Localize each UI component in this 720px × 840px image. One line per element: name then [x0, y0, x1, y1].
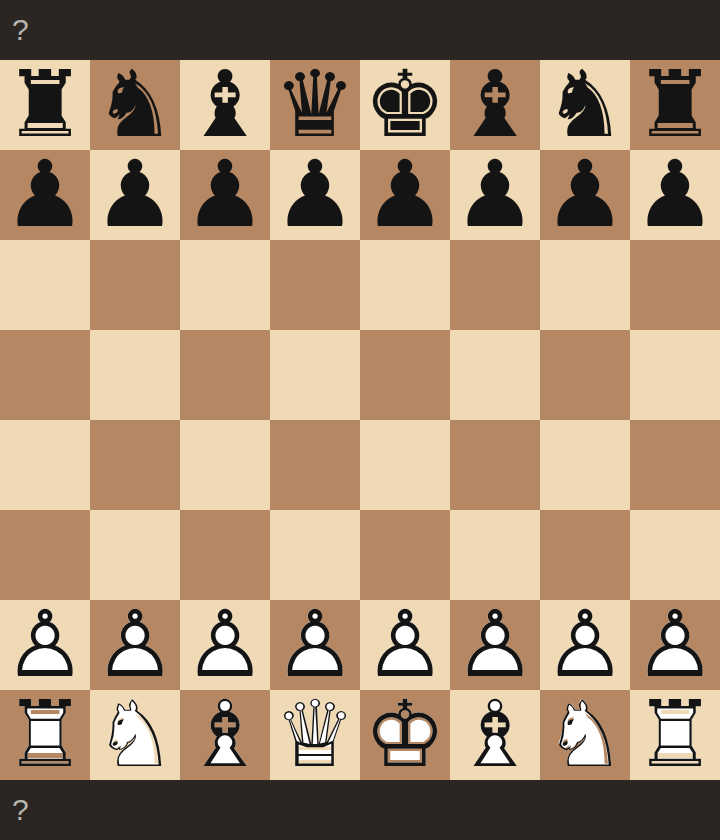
white-piece-outline-glyph: ♙	[540, 600, 630, 690]
piece-black-rook[interactable]: ♜	[0, 60, 90, 150]
white-piece-outline-glyph: ♙	[180, 600, 270, 690]
square-d8[interactable]: ♛	[270, 60, 360, 150]
piece-white-bishop[interactable]: ♝♗	[450, 690, 540, 780]
black-piece-glyph: ♟	[450, 150, 540, 240]
black-piece-glyph: ♟	[630, 150, 720, 240]
white-piece-outline-glyph: ♗	[180, 690, 270, 780]
piece-black-pawn[interactable]: ♟	[540, 150, 630, 240]
white-piece-outline-glyph: ♗	[450, 690, 540, 780]
square-c2[interactable]: ♟♙	[180, 600, 270, 690]
black-piece-glyph: ♞	[540, 60, 630, 150]
square-h8[interactable]: ♜	[630, 60, 720, 150]
square-g2[interactable]: ♟♙	[540, 600, 630, 690]
square-c4[interactable]	[180, 420, 270, 510]
white-piece-outline-glyph: ♙	[360, 600, 450, 690]
black-piece-glyph: ♚	[360, 60, 450, 150]
piece-white-pawn[interactable]: ♟♙	[90, 600, 180, 690]
square-f6[interactable]	[450, 240, 540, 330]
square-b1[interactable]: ♞♘	[90, 690, 180, 780]
piece-black-rook[interactable]: ♜	[630, 60, 720, 150]
piece-black-pawn[interactable]: ♟	[450, 150, 540, 240]
black-piece-glyph: ♟	[0, 150, 90, 240]
piece-white-pawn[interactable]: ♟♙	[360, 600, 450, 690]
square-e2[interactable]: ♟♙	[360, 600, 450, 690]
square-f4[interactable]	[450, 420, 540, 510]
piece-black-pawn[interactable]: ♟	[180, 150, 270, 240]
square-h6[interactable]	[630, 240, 720, 330]
black-piece-glyph: ♟	[90, 150, 180, 240]
white-piece-outline-glyph: ♘	[90, 690, 180, 780]
square-e8[interactable]: ♚	[360, 60, 450, 150]
square-f7[interactable]: ♟	[450, 150, 540, 240]
square-g6[interactable]	[540, 240, 630, 330]
black-piece-glyph: ♞	[90, 60, 180, 150]
piece-white-pawn[interactable]: ♟♙	[180, 600, 270, 690]
square-d7[interactable]: ♟	[270, 150, 360, 240]
square-b6[interactable]	[90, 240, 180, 330]
chess-app: ? ♜♞♝♛♚♝♞♜♟♟♟♟♟♟♟♟♟♙♟♙♟♙♟♙♟♙♟♙♟♙♟♙♜♖♞♘♝♗…	[0, 0, 720, 840]
piece-white-pawn[interactable]: ♟♙	[540, 600, 630, 690]
white-piece-outline-glyph: ♙	[270, 600, 360, 690]
square-a6[interactable]	[0, 240, 90, 330]
top-player-name: ?	[12, 15, 29, 45]
square-d6[interactable]	[270, 240, 360, 330]
white-piece-outline-glyph: ♘	[540, 690, 630, 780]
square-f1[interactable]: ♝♗	[450, 690, 540, 780]
square-g5[interactable]	[540, 330, 630, 420]
square-e7[interactable]: ♟	[360, 150, 450, 240]
white-piece-outline-glyph: ♖	[0, 690, 90, 780]
piece-black-queen[interactable]: ♛	[270, 60, 360, 150]
square-c1[interactable]: ♝♗	[180, 690, 270, 780]
square-d5[interactable]	[270, 330, 360, 420]
bottom-player-bar: ?	[0, 780, 720, 840]
piece-white-knight[interactable]: ♞♘	[540, 690, 630, 780]
black-piece-glyph: ♟	[180, 150, 270, 240]
piece-white-knight[interactable]: ♞♘	[90, 690, 180, 780]
square-d3[interactable]	[270, 510, 360, 600]
piece-white-rook[interactable]: ♜♖	[630, 690, 720, 780]
square-a8[interactable]: ♜	[0, 60, 90, 150]
square-h2[interactable]: ♟♙	[630, 600, 720, 690]
black-piece-glyph: ♝	[450, 60, 540, 150]
square-g8[interactable]: ♞	[540, 60, 630, 150]
square-h5[interactable]	[630, 330, 720, 420]
square-e1[interactable]: ♚♔	[360, 690, 450, 780]
black-piece-glyph: ♛	[270, 60, 360, 150]
square-h1[interactable]: ♜♖	[630, 690, 720, 780]
piece-white-rook[interactable]: ♜♖	[0, 690, 90, 780]
square-c8[interactable]: ♝	[180, 60, 270, 150]
square-g1[interactable]: ♞♘	[540, 690, 630, 780]
square-f2[interactable]: ♟♙	[450, 600, 540, 690]
piece-black-king[interactable]: ♚	[360, 60, 450, 150]
square-f3[interactable]	[450, 510, 540, 600]
square-d4[interactable]	[270, 420, 360, 510]
square-c6[interactable]	[180, 240, 270, 330]
black-piece-glyph: ♟	[360, 150, 450, 240]
square-b7[interactable]: ♟	[90, 150, 180, 240]
square-b4[interactable]	[90, 420, 180, 510]
chess-board[interactable]: ♜♞♝♛♚♝♞♜♟♟♟♟♟♟♟♟♟♙♟♙♟♙♟♙♟♙♟♙♟♙♟♙♜♖♞♘♝♗♛♕…	[0, 60, 720, 780]
square-h7[interactable]: ♟	[630, 150, 720, 240]
square-d2[interactable]: ♟♙	[270, 600, 360, 690]
square-a2[interactable]: ♟♙	[0, 600, 90, 690]
square-e3[interactable]	[360, 510, 450, 600]
piece-white-bishop[interactable]: ♝♗	[180, 690, 270, 780]
square-f8[interactable]: ♝	[450, 60, 540, 150]
square-a4[interactable]	[0, 420, 90, 510]
square-c3[interactable]	[180, 510, 270, 600]
square-h4[interactable]	[630, 420, 720, 510]
square-b8[interactable]: ♞	[90, 60, 180, 150]
piece-black-pawn[interactable]: ♟	[360, 150, 450, 240]
black-piece-glyph: ♜	[0, 60, 90, 150]
white-piece-outline-glyph: ♙	[0, 600, 90, 690]
square-f5[interactable]	[450, 330, 540, 420]
square-e4[interactable]	[360, 420, 450, 510]
piece-white-pawn[interactable]: ♟♙	[630, 600, 720, 690]
piece-black-pawn[interactable]: ♟	[90, 150, 180, 240]
square-a7[interactable]: ♟	[0, 150, 90, 240]
piece-black-bishop[interactable]: ♝	[450, 60, 540, 150]
square-a3[interactable]	[0, 510, 90, 600]
bottom-player-name: ?	[12, 795, 29, 825]
square-e5[interactable]	[360, 330, 450, 420]
piece-white-pawn[interactable]: ♟♙	[450, 600, 540, 690]
white-piece-outline-glyph: ♕	[270, 690, 360, 780]
square-d1[interactable]: ♛♕	[270, 690, 360, 780]
square-e6[interactable]	[360, 240, 450, 330]
square-g3[interactable]	[540, 510, 630, 600]
piece-white-pawn[interactable]: ♟♙	[270, 600, 360, 690]
white-piece-outline-glyph: ♙	[630, 600, 720, 690]
square-g4[interactable]	[540, 420, 630, 510]
white-piece-outline-glyph: ♙	[450, 600, 540, 690]
black-piece-glyph: ♟	[270, 150, 360, 240]
piece-black-knight[interactable]: ♞	[90, 60, 180, 150]
piece-black-bishop[interactable]: ♝	[180, 60, 270, 150]
black-piece-glyph: ♝	[180, 60, 270, 150]
piece-black-knight[interactable]: ♞	[540, 60, 630, 150]
piece-white-king[interactable]: ♚♔	[360, 690, 450, 780]
piece-black-pawn[interactable]: ♟	[630, 150, 720, 240]
black-piece-glyph: ♟	[540, 150, 630, 240]
square-a1[interactable]: ♜♖	[0, 690, 90, 780]
white-piece-outline-glyph: ♖	[630, 690, 720, 780]
piece-white-pawn[interactable]: ♟♙	[0, 600, 90, 690]
square-b2[interactable]: ♟♙	[90, 600, 180, 690]
black-piece-glyph: ♜	[630, 60, 720, 150]
piece-white-queen[interactable]: ♛♕	[270, 690, 360, 780]
square-b5[interactable]	[90, 330, 180, 420]
square-b3[interactable]	[90, 510, 180, 600]
square-c5[interactable]	[180, 330, 270, 420]
piece-black-pawn[interactable]: ♟	[270, 150, 360, 240]
white-piece-outline-glyph: ♙	[90, 600, 180, 690]
square-h3[interactable]	[630, 510, 720, 600]
square-g7[interactable]: ♟	[540, 150, 630, 240]
square-c7[interactable]: ♟	[180, 150, 270, 240]
white-piece-outline-glyph: ♔	[360, 690, 450, 780]
square-a5[interactable]	[0, 330, 90, 420]
piece-black-pawn[interactable]: ♟	[0, 150, 90, 240]
